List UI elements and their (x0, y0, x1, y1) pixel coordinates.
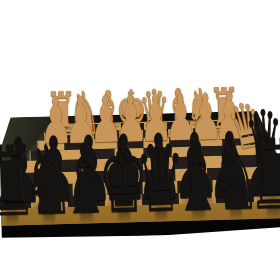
square-d6 (143, 169, 176, 182)
square-e8 (105, 194, 142, 206)
square-a5 (234, 155, 265, 167)
square-f7 (73, 183, 108, 196)
square-f4 (87, 148, 115, 159)
square-c6 (175, 168, 208, 181)
square-e6 (110, 169, 143, 182)
product-photo-stage: ♜♞♝♛♚♝♞♜♟♟♟♟♟♟♟♟♟♟♟♟♟♟♟♟♜♞♝♛♚♝♞♜♛♛ (0, 0, 280, 280)
square-f5 (82, 159, 113, 171)
square-e4 (115, 147, 143, 158)
square-f8 (68, 195, 105, 207)
square-f6 (77, 170, 110, 183)
square-d7 (142, 181, 177, 194)
square-b4 (199, 145, 227, 156)
square-g6 (45, 171, 78, 184)
square-h8 (0, 197, 31, 209)
square-b5 (203, 156, 234, 168)
square-g7 (38, 184, 73, 197)
square-c8 (179, 192, 216, 204)
square-h7 (3, 185, 38, 198)
square-g4 (59, 149, 87, 160)
square-b7 (212, 179, 247, 192)
square-h6 (12, 172, 45, 185)
board-squares (0, 0, 280, 280)
square-e7 (107, 182, 142, 195)
square-b8 (216, 191, 253, 203)
square-c5 (173, 156, 204, 168)
square-a6 (240, 166, 273, 179)
square-e5 (113, 158, 144, 170)
square-g8 (31, 196, 68, 208)
square-h4 (30, 150, 58, 161)
square-c4 (171, 146, 199, 157)
square-a7 (247, 178, 280, 191)
square-d5 (143, 157, 174, 169)
chess-board: ♜♞♝♛♚♝♞♜♟♟♟♟♟♟♟♟♟♟♟♟♟♟♟♟♜♞♝♛♚♝♞♜♛♛ (0, 0, 280, 280)
square-h5 (22, 160, 53, 172)
square-g5 (52, 160, 83, 172)
square-d4 (143, 147, 171, 158)
square-a4 (228, 144, 256, 155)
square-c7 (177, 180, 212, 193)
square-d8 (142, 193, 179, 205)
square-b6 (208, 167, 241, 180)
square-a8 (253, 190, 280, 202)
